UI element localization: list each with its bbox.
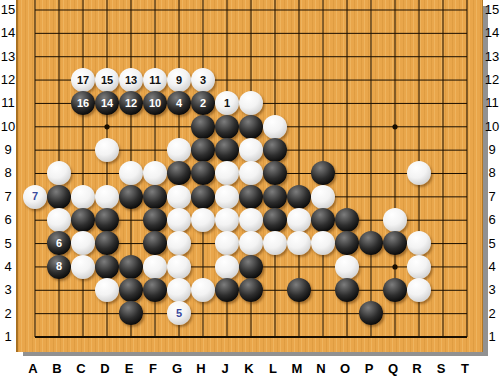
point[interactable] (167, 0, 191, 22)
point[interactable] (143, 115, 167, 138)
point[interactable] (167, 138, 191, 161)
point[interactable] (455, 255, 479, 278)
point[interactable] (431, 0, 455, 22)
point[interactable] (119, 302, 143, 325)
point[interactable] (215, 325, 239, 348)
point[interactable] (23, 232, 47, 255)
point[interactable] (455, 0, 479, 22)
point[interactable] (191, 162, 215, 185)
point[interactable] (239, 22, 263, 45)
point[interactable] (407, 45, 431, 68)
point[interactable] (383, 0, 407, 22)
point[interactable] (47, 208, 71, 231)
point[interactable] (71, 22, 95, 45)
stone-black (311, 161, 335, 185)
point[interactable] (359, 255, 383, 278)
point[interactable] (71, 45, 95, 68)
point[interactable] (263, 278, 287, 301)
point[interactable] (23, 255, 47, 278)
point[interactable] (167, 255, 191, 278)
point[interactable] (95, 22, 119, 45)
point[interactable] (359, 22, 383, 45)
point[interactable] (215, 22, 239, 45)
point[interactable] (383, 22, 407, 45)
point[interactable] (239, 325, 263, 348)
point[interactable] (311, 185, 335, 208)
point[interactable] (143, 45, 167, 68)
point[interactable] (95, 45, 119, 68)
point[interactable] (455, 138, 479, 161)
point[interactable] (47, 22, 71, 45)
point[interactable] (71, 325, 95, 348)
point[interactable] (215, 255, 239, 278)
point[interactable] (23, 115, 47, 138)
point[interactable] (359, 0, 383, 22)
point[interactable] (95, 185, 119, 208)
point[interactable] (23, 0, 47, 22)
point[interactable] (431, 162, 455, 185)
point[interactable] (143, 138, 167, 161)
point[interactable] (143, 208, 167, 231)
point[interactable] (239, 45, 263, 68)
point[interactable] (47, 92, 71, 115)
point[interactable] (431, 45, 455, 68)
point[interactable] (311, 45, 335, 68)
point[interactable] (215, 302, 239, 325)
point[interactable]: 14 (95, 92, 119, 115)
point[interactable] (311, 68, 335, 91)
point[interactable] (119, 45, 143, 68)
point[interactable] (383, 45, 407, 68)
point[interactable] (119, 278, 143, 301)
stone-white (167, 185, 191, 209)
point[interactable] (143, 325, 167, 348)
point[interactable] (47, 68, 71, 91)
point[interactable] (23, 302, 47, 325)
point[interactable] (431, 255, 455, 278)
point[interactable] (119, 138, 143, 161)
point[interactable] (407, 302, 431, 325)
point[interactable] (263, 138, 287, 161)
point[interactable] (191, 278, 215, 301)
point[interactable] (95, 115, 119, 138)
point[interactable] (407, 0, 431, 22)
point[interactable] (95, 278, 119, 301)
move-number-label: 1 (224, 98, 230, 109)
point[interactable] (359, 278, 383, 301)
point[interactable] (335, 138, 359, 161)
point[interactable] (95, 162, 119, 185)
point[interactable] (359, 185, 383, 208)
point[interactable] (455, 208, 479, 231)
point[interactable] (407, 255, 431, 278)
point[interactable] (47, 0, 71, 22)
point[interactable] (263, 325, 287, 348)
point[interactable] (263, 185, 287, 208)
point[interactable] (95, 138, 119, 161)
point[interactable] (191, 185, 215, 208)
point[interactable] (191, 115, 215, 138)
point[interactable] (455, 22, 479, 45)
point[interactable] (23, 138, 47, 161)
point[interactable] (47, 115, 71, 138)
point[interactable] (311, 325, 335, 348)
point[interactable] (311, 115, 335, 138)
point[interactable] (143, 162, 167, 185)
point[interactable] (335, 0, 359, 22)
point[interactable] (239, 68, 263, 91)
point[interactable]: 16 (71, 92, 95, 115)
point[interactable] (215, 162, 239, 185)
point[interactable] (311, 0, 335, 22)
point[interactable] (263, 255, 287, 278)
point[interactable] (287, 115, 311, 138)
point[interactable] (383, 208, 407, 231)
point[interactable] (143, 278, 167, 301)
point[interactable] (383, 325, 407, 348)
point[interactable] (287, 0, 311, 22)
point[interactable] (71, 208, 95, 231)
point[interactable] (95, 0, 119, 22)
point[interactable] (47, 302, 71, 325)
point[interactable] (407, 325, 431, 348)
point[interactable] (143, 232, 167, 255)
point[interactable] (119, 325, 143, 348)
point[interactable]: 5 (167, 302, 191, 325)
point[interactable] (287, 278, 311, 301)
point[interactable] (311, 162, 335, 185)
point[interactable] (215, 208, 239, 231)
point[interactable] (191, 255, 215, 278)
point[interactable] (335, 325, 359, 348)
point[interactable] (407, 22, 431, 45)
point[interactable]: 17 (71, 68, 95, 91)
point[interactable] (335, 232, 359, 255)
point[interactable] (239, 0, 263, 22)
stone-white (191, 278, 215, 302)
point[interactable] (215, 115, 239, 138)
point[interactable] (167, 278, 191, 301)
point[interactable]: 7 (23, 185, 47, 208)
point[interactable] (167, 22, 191, 45)
point[interactable] (359, 208, 383, 231)
point[interactable] (359, 162, 383, 185)
point[interactable] (431, 325, 455, 348)
point[interactable] (95, 208, 119, 231)
point[interactable] (287, 185, 311, 208)
stone-black (167, 161, 191, 185)
point[interactable] (335, 185, 359, 208)
point[interactable] (287, 325, 311, 348)
column-label: Q (382, 361, 404, 377)
point[interactable] (431, 22, 455, 45)
point[interactable] (335, 22, 359, 45)
point[interactable] (23, 278, 47, 301)
point[interactable] (239, 232, 263, 255)
point[interactable] (239, 185, 263, 208)
point[interactable] (167, 185, 191, 208)
point[interactable] (431, 68, 455, 91)
point[interactable]: 1 (215, 92, 239, 115)
point[interactable] (119, 22, 143, 45)
point[interactable] (407, 208, 431, 231)
point[interactable]: 2 (191, 92, 215, 115)
point[interactable] (431, 92, 455, 115)
point[interactable] (335, 68, 359, 91)
point[interactable] (215, 185, 239, 208)
point[interactable] (407, 68, 431, 91)
point[interactable] (215, 0, 239, 22)
point[interactable] (407, 185, 431, 208)
point[interactable] (455, 185, 479, 208)
point[interactable] (47, 138, 71, 161)
point[interactable] (239, 115, 263, 138)
point[interactable]: 13 (119, 68, 143, 91)
point[interactable] (455, 115, 479, 138)
point[interactable] (263, 0, 287, 22)
point[interactable] (239, 208, 263, 231)
point[interactable] (335, 255, 359, 278)
point[interactable] (95, 232, 119, 255)
point[interactable] (71, 232, 95, 255)
point[interactable] (119, 162, 143, 185)
point[interactable] (95, 255, 119, 278)
point[interactable] (263, 115, 287, 138)
point[interactable]: 3 (191, 68, 215, 91)
goban[interactable]: 1715131193161412104217685 (16, 0, 483, 352)
point[interactable]: 6 (47, 232, 71, 255)
point[interactable] (239, 138, 263, 161)
point[interactable] (23, 68, 47, 91)
point[interactable] (359, 92, 383, 115)
point[interactable] (359, 302, 383, 325)
point[interactable] (143, 22, 167, 45)
point[interactable] (239, 255, 263, 278)
point[interactable] (191, 22, 215, 45)
point[interactable] (167, 208, 191, 231)
point[interactable] (287, 68, 311, 91)
point[interactable] (407, 162, 431, 185)
point[interactable] (383, 278, 407, 301)
point[interactable] (23, 92, 47, 115)
point[interactable] (383, 302, 407, 325)
point[interactable] (47, 278, 71, 301)
point[interactable]: 4 (167, 92, 191, 115)
point[interactable] (47, 325, 71, 348)
point[interactable]: 8 (47, 255, 71, 278)
point[interactable] (335, 278, 359, 301)
point[interactable] (287, 302, 311, 325)
stone-white (71, 185, 95, 209)
point[interactable] (263, 162, 287, 185)
point[interactable] (311, 255, 335, 278)
point[interactable] (215, 68, 239, 91)
point[interactable] (455, 278, 479, 301)
point[interactable] (455, 45, 479, 68)
point[interactable] (191, 208, 215, 231)
point[interactable] (263, 92, 287, 115)
point[interactable] (239, 162, 263, 185)
point[interactable] (311, 278, 335, 301)
point[interactable] (311, 232, 335, 255)
point[interactable] (335, 208, 359, 231)
point[interactable] (95, 325, 119, 348)
point[interactable] (311, 92, 335, 115)
point[interactable] (335, 92, 359, 115)
point[interactable] (167, 162, 191, 185)
point[interactable] (95, 302, 119, 325)
point[interactable] (119, 185, 143, 208)
point[interactable] (407, 278, 431, 301)
point[interactable] (311, 208, 335, 231)
point[interactable] (215, 232, 239, 255)
row-label-right: 8 (484, 164, 500, 182)
point[interactable] (71, 162, 95, 185)
point[interactable]: 11 (143, 68, 167, 91)
point[interactable] (167, 232, 191, 255)
point[interactable] (239, 92, 263, 115)
point[interactable] (143, 185, 167, 208)
point[interactable] (359, 138, 383, 161)
point[interactable] (383, 185, 407, 208)
point[interactable]: 9 (167, 68, 191, 91)
point[interactable] (287, 255, 311, 278)
point[interactable] (431, 302, 455, 325)
point[interactable] (71, 138, 95, 161)
point[interactable] (287, 232, 311, 255)
point[interactable] (191, 325, 215, 348)
point[interactable] (23, 208, 47, 231)
point[interactable]: 12 (119, 92, 143, 115)
point[interactable] (71, 115, 95, 138)
point[interactable] (431, 115, 455, 138)
point[interactable] (263, 302, 287, 325)
point[interactable] (431, 185, 455, 208)
point[interactable] (263, 68, 287, 91)
point[interactable] (311, 302, 335, 325)
point[interactable] (23, 45, 47, 68)
point[interactable] (143, 255, 167, 278)
point[interactable] (455, 232, 479, 255)
point[interactable] (407, 232, 431, 255)
point[interactable] (191, 138, 215, 161)
point[interactable] (287, 45, 311, 68)
point[interactable] (167, 45, 191, 68)
point[interactable] (383, 68, 407, 91)
point[interactable] (407, 92, 431, 115)
point[interactable] (431, 208, 455, 231)
point[interactable] (287, 92, 311, 115)
point[interactable] (47, 185, 71, 208)
point[interactable] (167, 325, 191, 348)
point[interactable] (335, 45, 359, 68)
stone-white (239, 161, 263, 185)
point[interactable] (359, 115, 383, 138)
point[interactable] (359, 45, 383, 68)
point[interactable] (239, 302, 263, 325)
point[interactable] (383, 255, 407, 278)
move-number-label: 13 (125, 75, 137, 86)
point[interactable] (71, 278, 95, 301)
point[interactable] (119, 0, 143, 22)
point[interactable] (191, 302, 215, 325)
point[interactable] (455, 68, 479, 91)
point[interactable] (311, 138, 335, 161)
point[interactable] (335, 162, 359, 185)
point[interactable] (23, 22, 47, 45)
point[interactable] (71, 255, 95, 278)
point[interactable] (215, 278, 239, 301)
point[interactable] (431, 138, 455, 161)
point[interactable] (383, 115, 407, 138)
point[interactable] (359, 68, 383, 91)
point[interactable] (287, 138, 311, 161)
point[interactable] (263, 232, 287, 255)
point[interactable] (359, 325, 383, 348)
point[interactable] (287, 208, 311, 231)
column-label: B (46, 361, 68, 377)
point[interactable] (335, 115, 359, 138)
point[interactable] (119, 255, 143, 278)
point[interactable] (263, 45, 287, 68)
point[interactable] (191, 232, 215, 255)
point[interactable] (23, 162, 47, 185)
point[interactable] (335, 302, 359, 325)
point[interactable] (263, 22, 287, 45)
point[interactable] (71, 185, 95, 208)
point[interactable] (287, 162, 311, 185)
point[interactable]: 15 (95, 68, 119, 91)
stone-black (263, 161, 287, 185)
point[interactable] (191, 0, 215, 22)
point[interactable] (263, 208, 287, 231)
point[interactable] (167, 115, 191, 138)
point[interactable] (455, 92, 479, 115)
point[interactable] (359, 232, 383, 255)
point[interactable] (407, 138, 431, 161)
row-label-right: 1 (484, 328, 500, 346)
point[interactable] (71, 0, 95, 22)
point[interactable] (71, 302, 95, 325)
point[interactable] (119, 232, 143, 255)
point[interactable] (431, 278, 455, 301)
point[interactable] (143, 0, 167, 22)
point[interactable] (311, 22, 335, 45)
point[interactable] (215, 45, 239, 68)
stone-white (143, 161, 167, 185)
point[interactable] (119, 208, 143, 231)
point[interactable] (191, 45, 215, 68)
point[interactable] (383, 232, 407, 255)
point[interactable] (455, 325, 479, 348)
point[interactable] (215, 138, 239, 161)
point[interactable] (383, 92, 407, 115)
point[interactable] (383, 138, 407, 161)
point[interactable] (23, 325, 47, 348)
point[interactable] (383, 162, 407, 185)
point[interactable] (431, 232, 455, 255)
point[interactable]: 10 (143, 92, 167, 115)
point[interactable] (239, 278, 263, 301)
point[interactable] (455, 302, 479, 325)
point[interactable] (47, 162, 71, 185)
point[interactable] (455, 162, 479, 185)
point[interactable] (47, 45, 71, 68)
point[interactable] (287, 22, 311, 45)
point[interactable] (407, 115, 431, 138)
point[interactable] (119, 115, 143, 138)
point[interactable] (143, 302, 167, 325)
